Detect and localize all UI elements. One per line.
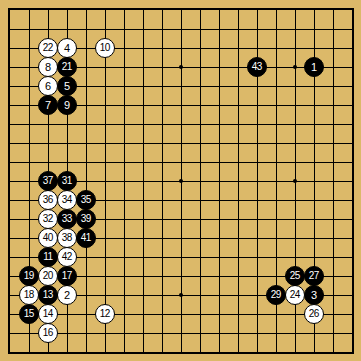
grid-cell bbox=[105, 257, 124, 276]
grid-cell bbox=[181, 86, 200, 105]
grid-cell bbox=[124, 10, 143, 29]
grid-cell bbox=[181, 67, 200, 86]
grid-cell bbox=[86, 333, 105, 352]
white-stone-36: 36 bbox=[38, 190, 58, 210]
move-number: 27 bbox=[309, 271, 319, 281]
grid-cell bbox=[162, 29, 181, 48]
white-stone-18: 18 bbox=[19, 285, 39, 305]
grid-cell bbox=[86, 105, 105, 124]
grid-cell bbox=[219, 10, 238, 29]
star-point bbox=[179, 179, 183, 183]
grid-cell bbox=[10, 10, 29, 29]
grid-cell bbox=[181, 29, 200, 48]
grid-cell bbox=[238, 124, 257, 143]
grid-cell bbox=[162, 48, 181, 67]
move-number: 19 bbox=[24, 271, 34, 281]
grid-cell bbox=[162, 181, 181, 200]
move-number: 36 bbox=[43, 195, 53, 205]
grid-cell bbox=[314, 200, 333, 219]
move-number: 18 bbox=[24, 290, 34, 300]
grid-cell bbox=[238, 200, 257, 219]
go-board-diagram: 1234567891011121314151617181920212224252… bbox=[0, 0, 361, 361]
grid-cell bbox=[295, 200, 314, 219]
grid-cell bbox=[219, 276, 238, 295]
grid-cell bbox=[181, 181, 200, 200]
grid-cell bbox=[219, 105, 238, 124]
white-stone-24: 24 bbox=[285, 285, 305, 305]
grid-cell bbox=[162, 143, 181, 162]
grid-cell bbox=[219, 162, 238, 181]
black-stone-17: 17 bbox=[57, 266, 77, 286]
move-number: 5 bbox=[64, 81, 70, 92]
grid-cell bbox=[333, 276, 352, 295]
grid-cell bbox=[238, 238, 257, 257]
grid-cell bbox=[162, 124, 181, 143]
grid-cell bbox=[162, 257, 181, 276]
grid-cell bbox=[219, 238, 238, 257]
grid-cell bbox=[257, 200, 276, 219]
grid-cell bbox=[10, 181, 29, 200]
grid-cell bbox=[162, 295, 181, 314]
grid-cell bbox=[314, 10, 333, 29]
white-stone-42: 42 bbox=[57, 247, 77, 267]
grid-cell bbox=[200, 257, 219, 276]
move-number: 38 bbox=[62, 233, 72, 243]
grid-cell bbox=[200, 238, 219, 257]
grid-cell bbox=[124, 295, 143, 314]
grid-cell bbox=[276, 67, 295, 86]
grid-cell bbox=[314, 105, 333, 124]
move-number: 25 bbox=[290, 271, 300, 281]
black-stone-21: 21 bbox=[57, 57, 77, 77]
grid-cell bbox=[181, 162, 200, 181]
grid-cell bbox=[143, 105, 162, 124]
grid-cell bbox=[181, 314, 200, 333]
grid-cell bbox=[124, 86, 143, 105]
grid-cell bbox=[162, 219, 181, 238]
grid-cell bbox=[67, 314, 86, 333]
grid-cell bbox=[10, 200, 29, 219]
grid-cell bbox=[295, 162, 314, 181]
grid-cell bbox=[333, 238, 352, 257]
grid-cell bbox=[143, 295, 162, 314]
black-stone-41: 41 bbox=[76, 228, 96, 248]
white-stone-4: 4 bbox=[57, 38, 77, 58]
grid-cell bbox=[105, 143, 124, 162]
grid-cell bbox=[257, 105, 276, 124]
grid-cell bbox=[10, 86, 29, 105]
grid-cell bbox=[10, 105, 29, 124]
grid-cell bbox=[143, 124, 162, 143]
grid-cell bbox=[333, 105, 352, 124]
grid-cell bbox=[238, 10, 257, 29]
grid-cell bbox=[200, 124, 219, 143]
grid-cell bbox=[238, 333, 257, 352]
black-stone-19: 19 bbox=[19, 266, 39, 286]
grid-cell bbox=[162, 86, 181, 105]
move-number: 40 bbox=[43, 233, 53, 243]
white-stone-2: 2 bbox=[57, 285, 77, 305]
grid-cell bbox=[181, 10, 200, 29]
grid-cell bbox=[200, 105, 219, 124]
grid-cell bbox=[219, 48, 238, 67]
move-number: 29 bbox=[271, 290, 281, 300]
grid-cell bbox=[219, 181, 238, 200]
grid-cell bbox=[333, 86, 352, 105]
black-stone-31: 31 bbox=[57, 171, 77, 191]
grid-cell bbox=[314, 219, 333, 238]
grid-cell bbox=[105, 67, 124, 86]
black-stone-43: 43 bbox=[247, 57, 267, 77]
grid-cell bbox=[238, 29, 257, 48]
grid-cell bbox=[200, 295, 219, 314]
move-number: 8 bbox=[45, 62, 51, 73]
grid-cell bbox=[10, 219, 29, 238]
grid-cell bbox=[162, 67, 181, 86]
grid-cell bbox=[162, 276, 181, 295]
grid-cell bbox=[333, 295, 352, 314]
move-number: 3 bbox=[311, 290, 317, 301]
grid-cell bbox=[105, 276, 124, 295]
white-stone-40: 40 bbox=[38, 228, 58, 248]
grid-cell bbox=[333, 29, 352, 48]
black-stone-1: 1 bbox=[304, 57, 324, 77]
grid-cell bbox=[181, 105, 200, 124]
grid-cell bbox=[48, 10, 67, 29]
grid-cell bbox=[124, 257, 143, 276]
grid-cell bbox=[10, 67, 29, 86]
grid-cell bbox=[181, 276, 200, 295]
black-stone-3: 3 bbox=[304, 285, 324, 305]
move-number: 10 bbox=[100, 43, 110, 53]
white-stone-20: 20 bbox=[38, 266, 58, 286]
grid-cell bbox=[86, 276, 105, 295]
grid-cell bbox=[238, 86, 257, 105]
black-stone-29: 29 bbox=[266, 285, 286, 305]
grid-cell bbox=[162, 10, 181, 29]
grid-cell bbox=[276, 238, 295, 257]
grid-cell bbox=[181, 200, 200, 219]
grid-cell bbox=[124, 162, 143, 181]
star-point bbox=[293, 65, 297, 69]
grid-cell bbox=[314, 181, 333, 200]
grid-cell bbox=[257, 10, 276, 29]
grid-cell bbox=[200, 276, 219, 295]
star-point bbox=[179, 65, 183, 69]
grid-cell bbox=[276, 10, 295, 29]
grid-cell bbox=[295, 105, 314, 124]
grid-cell bbox=[276, 86, 295, 105]
black-stone-11: 11 bbox=[38, 247, 58, 267]
grid-cell bbox=[124, 143, 143, 162]
grid-cell bbox=[200, 86, 219, 105]
grid-cell bbox=[124, 333, 143, 352]
grid-cell bbox=[257, 181, 276, 200]
black-stone-5: 5 bbox=[57, 76, 77, 96]
grid-cell bbox=[238, 162, 257, 181]
grid-cell bbox=[105, 219, 124, 238]
grid-cell bbox=[333, 257, 352, 276]
grid-cell bbox=[276, 333, 295, 352]
grid-cell bbox=[143, 48, 162, 67]
grid-cell bbox=[48, 124, 67, 143]
grid-cell bbox=[48, 143, 67, 162]
white-stone-8: 8 bbox=[38, 57, 58, 77]
grid-cell bbox=[219, 86, 238, 105]
grid-cell bbox=[200, 314, 219, 333]
move-number: 43 bbox=[252, 62, 262, 72]
grid-cell bbox=[86, 124, 105, 143]
grid-cell bbox=[257, 219, 276, 238]
move-number: 26 bbox=[309, 309, 319, 319]
grid-cell bbox=[143, 219, 162, 238]
grid-cell bbox=[314, 124, 333, 143]
grid-cell bbox=[276, 162, 295, 181]
grid-cell bbox=[162, 105, 181, 124]
grid-cell bbox=[257, 333, 276, 352]
black-stone-13: 13 bbox=[38, 285, 58, 305]
move-number: 42 bbox=[62, 252, 72, 262]
grid-cell bbox=[143, 200, 162, 219]
grid-cell bbox=[200, 181, 219, 200]
move-number: 15 bbox=[24, 309, 34, 319]
grid-cell bbox=[295, 219, 314, 238]
grid-cell bbox=[124, 124, 143, 143]
grid-cell bbox=[105, 181, 124, 200]
move-number: 39 bbox=[81, 214, 91, 224]
white-stone-16: 16 bbox=[38, 323, 58, 343]
grid-cell bbox=[105, 162, 124, 181]
grid-cell bbox=[219, 124, 238, 143]
grid-cell bbox=[276, 143, 295, 162]
grid-cell bbox=[67, 143, 86, 162]
grid-cell bbox=[143, 162, 162, 181]
grid-cell bbox=[143, 10, 162, 29]
move-number: 41 bbox=[81, 233, 91, 243]
grid-cell bbox=[105, 238, 124, 257]
grid-cell bbox=[124, 48, 143, 67]
grid-cell bbox=[29, 124, 48, 143]
grid-cell bbox=[219, 143, 238, 162]
grid-cell bbox=[143, 143, 162, 162]
grid-cell bbox=[143, 257, 162, 276]
grid-cell bbox=[219, 67, 238, 86]
grid-cell bbox=[219, 219, 238, 238]
move-number: 17 bbox=[62, 271, 72, 281]
grid-cell bbox=[200, 143, 219, 162]
grid-cell bbox=[86, 257, 105, 276]
grid-cell bbox=[143, 238, 162, 257]
grid-cell bbox=[276, 48, 295, 67]
grid-cell bbox=[219, 29, 238, 48]
grid-cell bbox=[276, 124, 295, 143]
white-stone-6: 6 bbox=[38, 76, 58, 96]
grid-cell bbox=[67, 10, 86, 29]
grid-cell bbox=[333, 124, 352, 143]
grid-cell bbox=[219, 257, 238, 276]
grid-cell bbox=[238, 276, 257, 295]
grid-cell bbox=[238, 105, 257, 124]
grid-cell bbox=[105, 86, 124, 105]
grid-cell bbox=[29, 143, 48, 162]
grid-cell bbox=[333, 67, 352, 86]
grid-cell bbox=[86, 143, 105, 162]
white-stone-12: 12 bbox=[95, 304, 115, 324]
move-number: 31 bbox=[62, 176, 72, 186]
grid-cell bbox=[124, 105, 143, 124]
grid-cell bbox=[276, 219, 295, 238]
move-number: 35 bbox=[81, 195, 91, 205]
grid-cell bbox=[86, 67, 105, 86]
grid-cell bbox=[143, 29, 162, 48]
grid-cell bbox=[333, 181, 352, 200]
move-number: 33 bbox=[62, 214, 72, 224]
black-stone-27: 27 bbox=[304, 266, 324, 286]
grid-cell bbox=[10, 143, 29, 162]
move-number: 9 bbox=[64, 100, 70, 111]
grid-cell bbox=[162, 238, 181, 257]
grid-cell bbox=[295, 333, 314, 352]
grid-cell bbox=[67, 124, 86, 143]
grid-cell bbox=[257, 143, 276, 162]
grid-cell bbox=[181, 143, 200, 162]
move-number: 12 bbox=[100, 309, 110, 319]
grid-cell bbox=[314, 29, 333, 48]
grid-cell bbox=[181, 257, 200, 276]
grid-cell bbox=[276, 200, 295, 219]
grid-cell bbox=[257, 162, 276, 181]
grid-cell bbox=[257, 86, 276, 105]
move-number: 24 bbox=[290, 290, 300, 300]
move-number: 22 bbox=[43, 43, 53, 53]
move-number: 34 bbox=[62, 195, 72, 205]
white-stone-22: 22 bbox=[38, 38, 58, 58]
grid-cell bbox=[333, 200, 352, 219]
grid-cell bbox=[200, 48, 219, 67]
grid-cell bbox=[105, 105, 124, 124]
grid-cell bbox=[162, 314, 181, 333]
grid-cell bbox=[238, 143, 257, 162]
move-number: 4 bbox=[64, 43, 70, 54]
grid-cell bbox=[105, 333, 124, 352]
grid-cell bbox=[200, 219, 219, 238]
grid-cell bbox=[238, 219, 257, 238]
grid-cell bbox=[257, 257, 276, 276]
grid-cell bbox=[333, 143, 352, 162]
grid-cell bbox=[219, 295, 238, 314]
grid-cell bbox=[143, 181, 162, 200]
grid-cell bbox=[10, 333, 29, 352]
grid-cell bbox=[10, 29, 29, 48]
grid-cell bbox=[219, 333, 238, 352]
grid-cell bbox=[238, 181, 257, 200]
grid-cell bbox=[333, 162, 352, 181]
grid-cell bbox=[181, 124, 200, 143]
grid-cell bbox=[276, 314, 295, 333]
move-number: 7 bbox=[45, 100, 51, 111]
grid-cell bbox=[295, 29, 314, 48]
black-stone-9: 9 bbox=[57, 95, 77, 115]
grid-cell bbox=[124, 29, 143, 48]
grid-cell bbox=[238, 257, 257, 276]
grid-cell bbox=[295, 143, 314, 162]
white-stone-26: 26 bbox=[304, 304, 324, 324]
grid-cell bbox=[314, 143, 333, 162]
grid-cell bbox=[314, 333, 333, 352]
move-number: 32 bbox=[43, 214, 53, 224]
grid-cell bbox=[181, 333, 200, 352]
move-number: 14 bbox=[43, 309, 53, 319]
grid-cell bbox=[314, 238, 333, 257]
grid-cell bbox=[86, 86, 105, 105]
grid-cell bbox=[219, 200, 238, 219]
black-stone-33: 33 bbox=[57, 209, 77, 229]
grid-cell bbox=[124, 181, 143, 200]
grid-cell bbox=[200, 29, 219, 48]
grid-cell bbox=[333, 48, 352, 67]
grid-cell bbox=[295, 10, 314, 29]
move-number: 37 bbox=[43, 176, 53, 186]
grid-cell bbox=[162, 162, 181, 181]
black-stone-35: 35 bbox=[76, 190, 96, 210]
white-stone-34: 34 bbox=[57, 190, 77, 210]
white-stone-38: 38 bbox=[57, 228, 77, 248]
grid-cell bbox=[276, 29, 295, 48]
grid-cell bbox=[105, 10, 124, 29]
grid-cell bbox=[10, 238, 29, 257]
move-number: 21 bbox=[62, 62, 72, 72]
grid-cell bbox=[238, 314, 257, 333]
grid-cell bbox=[124, 238, 143, 257]
grid-cell bbox=[143, 276, 162, 295]
black-stone-37: 37 bbox=[38, 171, 58, 191]
white-stone-32: 32 bbox=[38, 209, 58, 229]
grid-cell bbox=[143, 86, 162, 105]
star-point bbox=[179, 293, 183, 297]
black-stone-39: 39 bbox=[76, 209, 96, 229]
grid-cell bbox=[314, 162, 333, 181]
grid-cell bbox=[124, 314, 143, 333]
grid-cell bbox=[333, 333, 352, 352]
grid-cell bbox=[162, 333, 181, 352]
grid-cell bbox=[219, 314, 238, 333]
grid-cell bbox=[333, 219, 352, 238]
grid-cell bbox=[257, 314, 276, 333]
grid-cell bbox=[333, 314, 352, 333]
grid-cell bbox=[10, 124, 29, 143]
grid-cell bbox=[200, 333, 219, 352]
grid-cell bbox=[257, 124, 276, 143]
grid-cell bbox=[86, 162, 105, 181]
move-number: 6 bbox=[45, 81, 51, 92]
grid-cell bbox=[276, 105, 295, 124]
move-number: 13 bbox=[43, 290, 53, 300]
grid-cell bbox=[143, 314, 162, 333]
grid-cell bbox=[295, 86, 314, 105]
grid-cell bbox=[295, 124, 314, 143]
black-stone-25: 25 bbox=[285, 266, 305, 286]
grid-cell bbox=[143, 67, 162, 86]
grid-cell bbox=[238, 295, 257, 314]
white-stone-14: 14 bbox=[38, 304, 58, 324]
grid-cell bbox=[124, 67, 143, 86]
grid-cell bbox=[200, 200, 219, 219]
grid-cell bbox=[276, 181, 295, 200]
grid-cell bbox=[181, 295, 200, 314]
grid-cell bbox=[105, 124, 124, 143]
grid-cell bbox=[124, 276, 143, 295]
grid-cell bbox=[67, 333, 86, 352]
